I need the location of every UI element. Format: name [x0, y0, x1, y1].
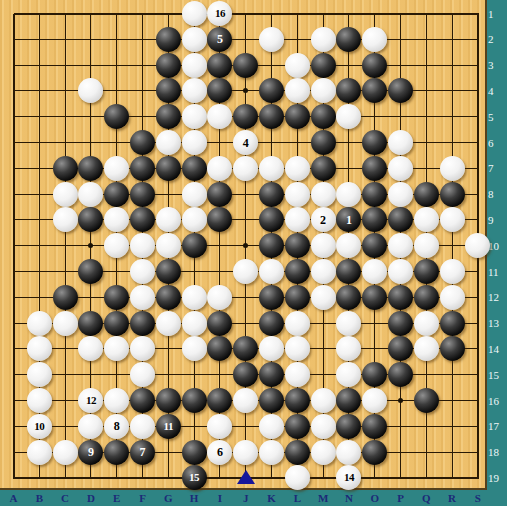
stone-L14[interactable]	[285, 336, 310, 361]
column-label-E: E	[113, 492, 120, 504]
stone-J16[interactable]	[233, 388, 258, 413]
stone-G2[interactable]	[156, 27, 181, 52]
stone-P7[interactable]	[388, 156, 413, 181]
stone-M16[interactable]	[311, 388, 336, 413]
stone-L5[interactable]	[285, 104, 310, 129]
stone-F13[interactable]	[130, 311, 155, 336]
stone-G7[interactable]	[156, 156, 181, 181]
stone-M17[interactable]	[311, 414, 336, 439]
move-number-11: 11	[164, 421, 173, 432]
stone-L16[interactable]	[285, 388, 310, 413]
stone-C7[interactable]	[53, 156, 78, 181]
stone-F14[interactable]	[130, 336, 155, 361]
stone-E13[interactable]	[104, 311, 129, 336]
stone-P9[interactable]	[388, 207, 413, 232]
stone-N14[interactable]	[336, 336, 361, 361]
stone-P8[interactable]	[388, 182, 413, 207]
stone-C18[interactable]	[53, 440, 78, 465]
stone-P12[interactable]	[388, 285, 413, 310]
stone-I9[interactable]	[207, 207, 232, 232]
stone-P11[interactable]	[388, 259, 413, 284]
column-label-J: J	[243, 492, 249, 504]
stone-O7[interactable]	[362, 156, 387, 181]
stone-H9[interactable]	[182, 207, 207, 232]
stone-D4[interactable]	[78, 78, 103, 103]
stone-G13[interactable]	[156, 311, 181, 336]
stone-F8[interactable]	[130, 182, 155, 207]
grid-line-col-R	[452, 14, 453, 479]
stone-I16[interactable]	[207, 388, 232, 413]
stone-O11[interactable]	[362, 259, 387, 284]
stone-D11[interactable]	[78, 259, 103, 284]
stone-E16[interactable]	[104, 388, 129, 413]
stone-H6[interactable]	[182, 130, 207, 155]
stone-G11[interactable]	[156, 259, 181, 284]
stone-O8[interactable]	[362, 182, 387, 207]
stone-L17[interactable]	[285, 414, 310, 439]
row-label-13: 13	[488, 317, 504, 329]
stone-R8[interactable]	[440, 182, 465, 207]
star-point-J10	[243, 243, 248, 248]
column-label-I: I	[218, 492, 222, 504]
stone-G17[interactable]: 11	[156, 414, 181, 439]
stone-Q9[interactable]	[414, 207, 439, 232]
stone-K5[interactable]	[259, 104, 284, 129]
stone-I13[interactable]	[207, 311, 232, 336]
move-number-14: 14	[344, 472, 354, 483]
stone-H7[interactable]	[182, 156, 207, 181]
stone-J14[interactable]	[233, 336, 258, 361]
row-label-19: 19	[488, 472, 504, 484]
stone-F12[interactable]	[130, 285, 155, 310]
stone-Q13[interactable]	[414, 311, 439, 336]
stone-I7[interactable]	[207, 156, 232, 181]
move-number-9: 9	[88, 446, 94, 458]
move-number-16: 16	[215, 8, 225, 19]
row-label-6: 6	[488, 137, 504, 149]
stone-L12[interactable]	[285, 285, 310, 310]
stone-M8[interactable]	[311, 182, 336, 207]
stone-G3[interactable]	[156, 53, 181, 78]
stone-G6[interactable]	[156, 130, 181, 155]
stone-S10[interactable]	[465, 233, 490, 258]
stone-C12[interactable]	[53, 285, 78, 310]
stone-P15[interactable]	[388, 362, 413, 387]
row-label-12: 12	[488, 291, 504, 303]
stone-F16[interactable]	[130, 388, 155, 413]
stone-P13[interactable]	[388, 311, 413, 336]
stone-Q16[interactable]	[414, 388, 439, 413]
stone-H14[interactable]	[182, 336, 207, 361]
stone-D16[interactable]: 12	[78, 388, 103, 413]
stone-M10[interactable]	[311, 233, 336, 258]
move-number-8: 8	[114, 420, 120, 432]
stone-L13[interactable]	[285, 311, 310, 336]
stone-M6[interactable]	[311, 130, 336, 155]
stone-H4[interactable]	[182, 78, 207, 103]
stone-D7[interactable]	[78, 156, 103, 181]
stone-K18[interactable]	[259, 440, 284, 465]
stone-P10[interactable]	[388, 233, 413, 258]
stone-F6[interactable]	[130, 130, 155, 155]
grid-line-col-C	[65, 14, 66, 479]
row-label-4: 4	[488, 85, 504, 97]
stone-N18[interactable]	[336, 440, 361, 465]
stone-E14[interactable]	[104, 336, 129, 361]
stone-F18[interactable]: 7	[130, 440, 155, 465]
move-number-2: 2	[320, 214, 326, 226]
go-board[interactable]: 16542112108119761514	[0, 0, 487, 490]
stone-H16[interactable]	[182, 388, 207, 413]
stone-K13[interactable]	[259, 311, 284, 336]
grid-line-col-A	[13, 14, 15, 479]
stone-I5[interactable]	[207, 104, 232, 129]
move-number-7: 7	[140, 446, 146, 458]
stone-F7[interactable]	[130, 156, 155, 181]
stone-R9[interactable]	[440, 207, 465, 232]
row-label-18: 18	[488, 446, 504, 458]
stone-C9[interactable]	[53, 207, 78, 232]
stone-R11[interactable]	[440, 259, 465, 284]
stone-M7[interactable]	[311, 156, 336, 181]
row-label-10: 10	[488, 240, 504, 252]
stone-E9[interactable]	[104, 207, 129, 232]
stone-M4[interactable]	[311, 78, 336, 103]
stone-K8[interactable]	[259, 182, 284, 207]
stone-O4[interactable]	[362, 78, 387, 103]
stone-H8[interactable]	[182, 182, 207, 207]
stone-N10[interactable]	[336, 233, 361, 258]
stone-K4[interactable]	[259, 78, 284, 103]
stone-P14[interactable]	[388, 336, 413, 361]
row-label-11: 11	[488, 266, 504, 278]
stone-K15[interactable]	[259, 362, 284, 387]
column-label-C: C	[61, 492, 69, 504]
stone-K16[interactable]	[259, 388, 284, 413]
stone-R13[interactable]	[440, 311, 465, 336]
row-label-14: 14	[488, 343, 504, 355]
stone-P4[interactable]	[388, 78, 413, 103]
row-label-8: 8	[488, 188, 504, 200]
stone-L18[interactable]	[285, 440, 310, 465]
stone-H1[interactable]	[182, 1, 207, 26]
stone-F11[interactable]	[130, 259, 155, 284]
stone-J18[interactable]	[233, 440, 258, 465]
stone-L4[interactable]	[285, 78, 310, 103]
stone-K17[interactable]	[259, 414, 284, 439]
stone-N15[interactable]	[336, 362, 361, 387]
column-label-B: B	[36, 492, 43, 504]
stone-K7[interactable]	[259, 156, 284, 181]
stone-I8[interactable]	[207, 182, 232, 207]
column-label-F: F	[139, 492, 146, 504]
grid-line-row-1	[14, 13, 479, 15]
stone-H12[interactable]	[182, 285, 207, 310]
stone-B17[interactable]: 10	[27, 414, 52, 439]
stone-I12[interactable]	[207, 285, 232, 310]
triangle-marker-J19	[237, 470, 255, 484]
stone-J11[interactable]	[233, 259, 258, 284]
stone-F9[interactable]	[130, 207, 155, 232]
stone-E5[interactable]	[104, 104, 129, 129]
stone-O15[interactable]	[362, 362, 387, 387]
stone-D17[interactable]	[78, 414, 103, 439]
stone-K10[interactable]	[259, 233, 284, 258]
stone-G12[interactable]	[156, 285, 181, 310]
row-label-9: 9	[488, 214, 504, 226]
row-label-2: 2	[488, 33, 504, 45]
column-label-strip: ABCDEFGHIJKLMNOPQRS	[0, 488, 507, 506]
column-label-S: S	[475, 492, 481, 504]
stone-E17[interactable]: 8	[104, 414, 129, 439]
stone-O17[interactable]	[362, 414, 387, 439]
stone-F15[interactable]	[130, 362, 155, 387]
stone-G4[interactable]	[156, 78, 181, 103]
stone-E18[interactable]	[104, 440, 129, 465]
stone-M2[interactable]	[311, 27, 336, 52]
stone-O3[interactable]	[362, 53, 387, 78]
stone-N19[interactable]: 14	[336, 465, 361, 490]
stone-M3[interactable]	[311, 53, 336, 78]
stone-N5[interactable]	[336, 104, 361, 129]
stone-N17[interactable]	[336, 414, 361, 439]
row-label-7: 7	[488, 162, 504, 174]
stone-G16[interactable]	[156, 388, 181, 413]
stone-D13[interactable]	[78, 311, 103, 336]
stone-L7[interactable]	[285, 156, 310, 181]
stone-H2[interactable]	[182, 27, 207, 52]
stone-O12[interactable]	[362, 285, 387, 310]
stone-I3[interactable]	[207, 53, 232, 78]
stone-O2[interactable]	[362, 27, 387, 52]
stone-I1[interactable]: 16	[207, 1, 232, 26]
column-label-A: A	[10, 492, 18, 504]
stone-L19[interactable]	[285, 465, 310, 490]
star-point-D10	[88, 243, 93, 248]
column-label-R: R	[448, 492, 456, 504]
stone-Q11[interactable]	[414, 259, 439, 284]
stone-J15[interactable]	[233, 362, 258, 387]
stone-D8[interactable]	[78, 182, 103, 207]
stone-D9[interactable]	[78, 207, 103, 232]
stone-N12[interactable]	[336, 285, 361, 310]
stone-E10[interactable]	[104, 233, 129, 258]
stone-O10[interactable]	[362, 233, 387, 258]
stone-K9[interactable]	[259, 207, 284, 232]
stone-N16[interactable]	[336, 388, 361, 413]
row-label-17: 17	[488, 420, 504, 432]
stone-N11[interactable]	[336, 259, 361, 284]
stone-L11[interactable]	[285, 259, 310, 284]
stone-M12[interactable]	[311, 285, 336, 310]
stone-F17[interactable]	[130, 414, 155, 439]
stone-G9[interactable]	[156, 207, 181, 232]
row-label-16: 16	[488, 395, 504, 407]
row-label-1: 1	[488, 8, 504, 20]
stone-I17[interactable]	[207, 414, 232, 439]
stone-B15[interactable]	[27, 362, 52, 387]
stone-K12[interactable]	[259, 285, 284, 310]
stone-L8[interactable]	[285, 182, 310, 207]
column-label-M: M	[318, 492, 328, 504]
stone-N2[interactable]	[336, 27, 361, 52]
stone-Q8[interactable]	[414, 182, 439, 207]
move-number-12: 12	[86, 395, 96, 406]
go-app-window: 12345678910111213141516171819 ABCDEFGHIJ…	[0, 0, 507, 506]
row-label-3: 3	[488, 59, 504, 71]
move-number-15: 15	[189, 472, 199, 483]
column-label-Q: Q	[422, 492, 431, 504]
stone-P6[interactable]	[388, 130, 413, 155]
stone-H13[interactable]	[182, 311, 207, 336]
stone-J5[interactable]	[233, 104, 258, 129]
stone-D18[interactable]: 9	[78, 440, 103, 465]
stone-O16[interactable]	[362, 388, 387, 413]
stone-M18[interactable]	[311, 440, 336, 465]
stone-M11[interactable]	[311, 259, 336, 284]
column-label-N: N	[345, 492, 353, 504]
move-number-4: 4	[243, 137, 249, 149]
stone-D14[interactable]	[78, 336, 103, 361]
stone-M9[interactable]: 2	[311, 207, 336, 232]
stone-N13[interactable]	[336, 311, 361, 336]
stone-E7[interactable]	[104, 156, 129, 181]
column-label-D: D	[87, 492, 95, 504]
stone-E12[interactable]	[104, 285, 129, 310]
stone-O9[interactable]	[362, 207, 387, 232]
stone-R14[interactable]	[440, 336, 465, 361]
stone-N4[interactable]	[336, 78, 361, 103]
stone-G10[interactable]	[156, 233, 181, 258]
grid-line-row-2	[14, 39, 479, 40]
stone-F10[interactable]	[130, 233, 155, 258]
row-label-15: 15	[488, 369, 504, 381]
stone-H19[interactable]: 15	[182, 465, 207, 490]
stone-B16[interactable]	[27, 388, 52, 413]
column-label-K: K	[267, 492, 276, 504]
move-number-5: 5	[217, 33, 223, 45]
stone-Q10[interactable]	[414, 233, 439, 258]
row-label-5: 5	[488, 111, 504, 123]
stone-J3[interactable]	[233, 53, 258, 78]
stone-N8[interactable]	[336, 182, 361, 207]
stone-L3[interactable]	[285, 53, 310, 78]
stone-K2[interactable]	[259, 27, 284, 52]
column-label-H: H	[190, 492, 199, 504]
stone-B18[interactable]	[27, 440, 52, 465]
column-label-O: O	[370, 492, 379, 504]
stone-B14[interactable]	[27, 336, 52, 361]
stone-K14[interactable]	[259, 336, 284, 361]
move-number-6: 6	[217, 446, 223, 458]
row-label-strip: 12345678910111213141516171819	[487, 0, 507, 506]
stone-B13[interactable]	[27, 311, 52, 336]
column-label-G: G	[164, 492, 173, 504]
stone-L10[interactable]	[285, 233, 310, 258]
stone-J7[interactable]	[233, 156, 258, 181]
stone-N9[interactable]: 1	[336, 207, 361, 232]
move-number-1: 1	[346, 214, 352, 226]
column-label-L: L	[294, 492, 301, 504]
star-point-P16	[398, 398, 403, 403]
stone-C8[interactable]	[53, 182, 78, 207]
stone-R7[interactable]	[440, 156, 465, 181]
star-point-J4	[243, 88, 248, 93]
move-number-10: 10	[34, 421, 44, 432]
stone-I18[interactable]: 6	[207, 440, 232, 465]
stone-H3[interactable]	[182, 53, 207, 78]
stone-G5[interactable]	[156, 104, 181, 129]
column-label-P: P	[397, 492, 404, 504]
stone-C13[interactable]	[53, 311, 78, 336]
stone-I4[interactable]	[207, 78, 232, 103]
stone-O6[interactable]	[362, 130, 387, 155]
stone-Q12[interactable]	[414, 285, 439, 310]
stone-I2[interactable]: 5	[207, 27, 232, 52]
stone-I14[interactable]	[207, 336, 232, 361]
stone-H18[interactable]	[182, 440, 207, 465]
stone-L9[interactable]	[285, 207, 310, 232]
stone-O18[interactable]	[362, 440, 387, 465]
stone-J6[interactable]: 4	[233, 130, 258, 155]
stone-L15[interactable]	[285, 362, 310, 387]
stone-M5[interactable]	[311, 104, 336, 129]
stone-H10[interactable]	[182, 233, 207, 258]
stone-K11[interactable]	[259, 259, 284, 284]
stone-Q14[interactable]	[414, 336, 439, 361]
stone-R12[interactable]	[440, 285, 465, 310]
stone-H5[interactable]	[182, 104, 207, 129]
stone-E8[interactable]	[104, 182, 129, 207]
